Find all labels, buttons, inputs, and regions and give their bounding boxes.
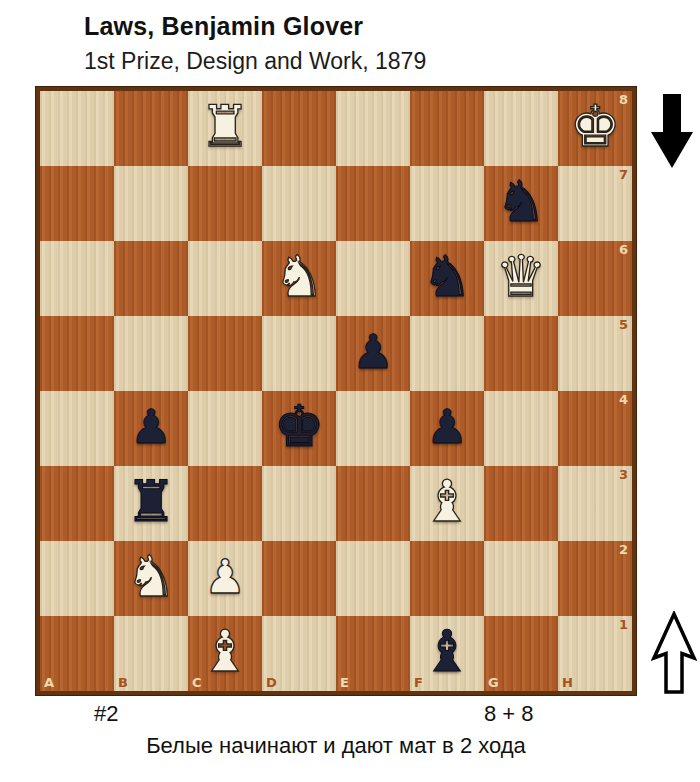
rank-label-6: 6 xyxy=(619,243,628,256)
square-c7 xyxy=(188,166,262,241)
square-e7 xyxy=(336,166,410,241)
square-b2: ♞ xyxy=(114,541,188,616)
square-d5 xyxy=(262,316,336,391)
rank-label-1: 1 xyxy=(619,618,628,631)
white-knight-b2: ♞ xyxy=(114,539,188,614)
square-d1: D xyxy=(262,616,336,691)
square-g3 xyxy=(484,466,558,541)
square-b5 xyxy=(114,316,188,391)
square-d6: ♞ xyxy=(262,241,336,316)
chess-board: ♜8♚♞7♞♞♛6♟5♟♚♟4♜♝3♞♟2ABC♝DEF♝G1H xyxy=(40,91,632,691)
square-h3: 3 xyxy=(558,466,632,541)
white-king-h8: ♚ xyxy=(558,89,632,164)
page-subtitle: 1st Prize, Design and Work, 1879 xyxy=(84,48,426,75)
rank-label-4: 4 xyxy=(619,393,628,406)
square-a2 xyxy=(40,541,114,616)
square-c6 xyxy=(188,241,262,316)
square-f1: F♝ xyxy=(410,616,484,691)
square-b3: ♜ xyxy=(114,466,188,541)
white-bishop-f3: ♝ xyxy=(410,464,484,539)
square-f3: ♝ xyxy=(410,466,484,541)
square-b8 xyxy=(114,91,188,166)
square-f8 xyxy=(410,91,484,166)
square-c4 xyxy=(188,391,262,466)
square-h2: 2 xyxy=(558,541,632,616)
white-knight-d6: ♞ xyxy=(262,239,336,314)
square-f5 xyxy=(410,316,484,391)
white-rook-c8: ♜ xyxy=(188,89,262,164)
caption-text: Белые начинают и дают мат в 2 хода xyxy=(36,733,636,759)
board-frame: ♜8♚♞7♞♞♛6♟5♟♚♟4♜♝3♞♟2ABC♝DEF♝G1H xyxy=(36,87,636,695)
square-e2 xyxy=(336,541,410,616)
square-e8 xyxy=(336,91,410,166)
square-c2: ♟ xyxy=(188,541,262,616)
material-count-label: 8 + 8 xyxy=(484,701,534,727)
file-label-e: E xyxy=(340,676,349,689)
square-d8 xyxy=(262,91,336,166)
square-b1: B xyxy=(114,616,188,691)
square-e3 xyxy=(336,466,410,541)
square-e6 xyxy=(336,241,410,316)
file-label-g: G xyxy=(488,676,499,689)
file-label-h: H xyxy=(562,676,573,689)
black-knight-g7: ♞ xyxy=(484,164,558,239)
square-f4: ♟ xyxy=(410,391,484,466)
square-h1: 1H xyxy=(558,616,632,691)
square-b4: ♟ xyxy=(114,391,188,466)
square-f2 xyxy=(410,541,484,616)
rank-label-2: 2 xyxy=(619,543,628,556)
square-d4: ♚ xyxy=(262,391,336,466)
square-e5: ♟ xyxy=(336,316,410,391)
page-title: Laws, Benjamin Glover xyxy=(84,12,426,41)
file-label-a: A xyxy=(44,676,54,689)
black-pawn-e5: ♟ xyxy=(336,314,410,389)
white-queen-g6: ♛ xyxy=(484,239,558,314)
black-bishop-f1: ♝ xyxy=(410,614,484,689)
square-e4 xyxy=(336,391,410,466)
square-a1: A xyxy=(40,616,114,691)
square-a4 xyxy=(40,391,114,466)
header: Laws, Benjamin Glover 1st Prize, Design … xyxy=(84,12,426,75)
square-g7: ♞ xyxy=(484,166,558,241)
square-g1: G xyxy=(484,616,558,691)
black-rook-b3: ♜ xyxy=(114,464,188,539)
rank-label-3: 3 xyxy=(619,468,628,481)
square-c1: C♝ xyxy=(188,616,262,691)
square-e1: E xyxy=(336,616,410,691)
square-g5 xyxy=(484,316,558,391)
square-h5: 5 xyxy=(558,316,632,391)
white-bishop-c1: ♝ xyxy=(188,614,262,689)
square-c8: ♜ xyxy=(188,91,262,166)
black-side-down-arrow-icon xyxy=(651,94,693,168)
square-d7 xyxy=(262,166,336,241)
file-label-d: D xyxy=(266,676,277,689)
square-b6 xyxy=(114,241,188,316)
black-king-d4: ♚ xyxy=(262,389,336,464)
square-b7 xyxy=(114,166,188,241)
square-a5 xyxy=(40,316,114,391)
square-c3 xyxy=(188,466,262,541)
square-g2 xyxy=(484,541,558,616)
white-pawn-c2: ♟ xyxy=(188,539,262,614)
file-label-b: B xyxy=(118,676,128,689)
square-h7: 7 xyxy=(558,166,632,241)
black-pawn-f4: ♟ xyxy=(410,389,484,464)
rank-label-7: 7 xyxy=(619,168,628,181)
square-a7 xyxy=(40,166,114,241)
square-h4: 4 xyxy=(558,391,632,466)
stipulation-label: #2 xyxy=(94,701,118,727)
square-a8 xyxy=(40,91,114,166)
square-f6: ♞ xyxy=(410,241,484,316)
black-pawn-b4: ♟ xyxy=(114,389,188,464)
square-d2 xyxy=(262,541,336,616)
square-d3 xyxy=(262,466,336,541)
square-c5 xyxy=(188,316,262,391)
square-a6 xyxy=(40,241,114,316)
square-h8: 8♚ xyxy=(558,91,632,166)
white-side-up-arrow-icon xyxy=(651,611,697,695)
square-g8 xyxy=(484,91,558,166)
square-f7 xyxy=(410,166,484,241)
square-a3 xyxy=(40,466,114,541)
black-knight-f6: ♞ xyxy=(410,239,484,314)
square-g6: ♛ xyxy=(484,241,558,316)
rank-label-5: 5 xyxy=(619,318,628,331)
square-g4 xyxy=(484,391,558,466)
square-h6: 6 xyxy=(558,241,632,316)
